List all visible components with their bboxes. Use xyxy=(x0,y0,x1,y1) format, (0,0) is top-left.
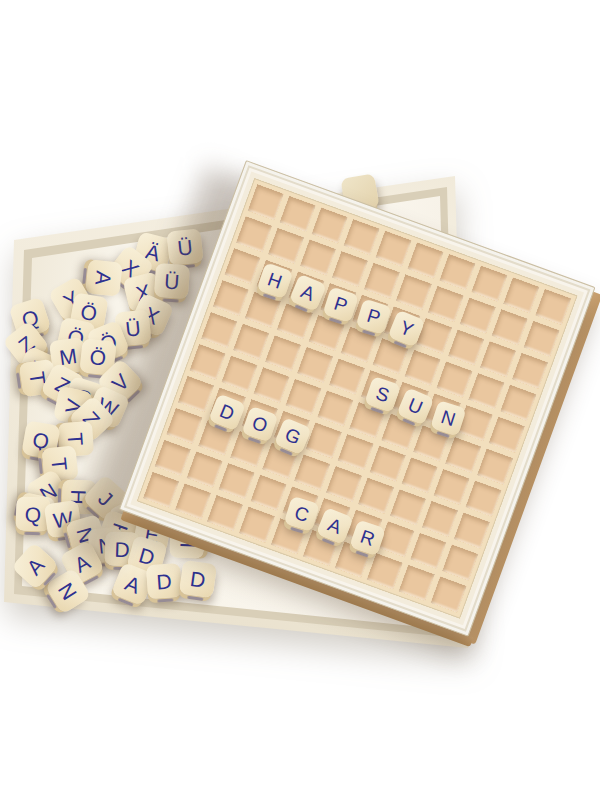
grid-cell[interactable] xyxy=(422,501,458,537)
grid-cell[interactable] xyxy=(378,521,414,557)
grid-cell[interactable] xyxy=(312,208,348,244)
die-letter: O xyxy=(250,413,270,436)
grid-cell[interactable] xyxy=(370,446,406,482)
grid-cell[interactable] xyxy=(524,321,560,357)
grid-cell[interactable] xyxy=(187,452,223,488)
grid-cell[interactable] xyxy=(236,216,272,252)
grid-cell[interactable] xyxy=(445,437,481,473)
grid-cell[interactable] xyxy=(503,277,539,313)
grid-cell[interactable] xyxy=(405,350,441,386)
grid-cell[interactable] xyxy=(399,565,435,601)
grid-cell[interactable] xyxy=(248,184,284,220)
grid-cell[interactable] xyxy=(535,289,571,325)
grid-cell[interactable] xyxy=(225,248,261,284)
grid-cell[interactable] xyxy=(300,240,336,276)
grid-cell[interactable] xyxy=(410,533,446,569)
grid-cell[interactable] xyxy=(471,266,507,302)
grid-cell[interactable] xyxy=(408,242,444,278)
grid-cell[interactable] xyxy=(178,376,214,412)
die-letter: N xyxy=(55,579,81,603)
grid-cell[interactable] xyxy=(143,472,179,508)
grid-cell[interactable] xyxy=(213,280,249,316)
grid-cell[interactable] xyxy=(480,341,516,377)
die-letter: D xyxy=(156,570,173,592)
die-letter: Y xyxy=(397,317,416,339)
die-letter: R xyxy=(358,527,377,549)
die-letter: Q xyxy=(24,503,41,525)
grid-cell[interactable] xyxy=(460,298,496,334)
grid-cell[interactable] xyxy=(239,507,275,543)
die-letter: U xyxy=(405,395,425,418)
grid-cell[interactable] xyxy=(285,379,321,415)
grid-cell[interactable] xyxy=(437,362,473,398)
grid-cell[interactable] xyxy=(454,513,490,549)
grid-cell[interactable] xyxy=(442,545,478,581)
die-letter: A xyxy=(325,515,344,537)
grid-cell[interactable] xyxy=(201,312,237,348)
grid-cell[interactable] xyxy=(326,466,362,502)
grid-cell[interactable] xyxy=(396,274,432,310)
grid-cell[interactable] xyxy=(190,344,226,380)
die-letter: G xyxy=(282,425,303,448)
grid-cell[interactable] xyxy=(175,484,211,520)
grid-cell[interactable] xyxy=(367,553,403,589)
die-letter: T xyxy=(49,457,71,472)
grid-cell[interactable] xyxy=(219,463,255,499)
grid-cell[interactable] xyxy=(390,489,426,525)
die-letter: A xyxy=(23,554,48,578)
die-letter: C xyxy=(292,503,311,525)
grid-cell[interactable] xyxy=(317,391,353,427)
die-letter: T xyxy=(65,432,87,446)
grid-cell[interactable] xyxy=(468,373,504,409)
grid-cell[interactable] xyxy=(344,219,380,255)
grid-cell[interactable] xyxy=(155,440,191,476)
grid-cell[interactable] xyxy=(265,335,301,371)
grid-cell[interactable] xyxy=(489,417,525,453)
die-letter: A xyxy=(93,270,115,286)
die-letter: H xyxy=(265,269,284,291)
grid-cell[interactable] xyxy=(338,434,374,470)
die-letter: Ö xyxy=(89,346,107,369)
tray-letter-die[interactable]: D xyxy=(146,563,182,599)
grid-cell[interactable] xyxy=(364,263,400,299)
grid-cell[interactable] xyxy=(297,347,333,383)
grid-cell[interactable] xyxy=(280,196,316,232)
die-letter: S xyxy=(373,383,391,405)
grid-cell[interactable] xyxy=(402,457,438,493)
grid-cell[interactable] xyxy=(332,251,368,287)
die-letter: A xyxy=(298,281,317,303)
grid-cell[interactable] xyxy=(358,478,394,514)
die-letter: Ü xyxy=(124,317,141,339)
grid-cell[interactable] xyxy=(306,423,342,459)
grid-cell[interactable] xyxy=(254,367,290,403)
grid-cell[interactable] xyxy=(166,408,202,444)
die-letter: D xyxy=(217,401,237,424)
photo-scene: ÄÜXAXÜYÖXÜQÖÖZZMÖTZVSVWZTQTNMHJQWKHENNDA… xyxy=(0,0,600,800)
grid-cell[interactable] xyxy=(492,309,528,345)
grid-cell[interactable] xyxy=(222,356,258,392)
die-letter: A xyxy=(123,572,144,597)
tray-letter-die[interactable]: D xyxy=(179,560,217,598)
grid-cell[interactable] xyxy=(329,359,365,395)
die-letter: D xyxy=(189,568,207,591)
grid-cell[interactable] xyxy=(466,481,502,517)
die-letter: P xyxy=(332,294,350,316)
grid-cell[interactable] xyxy=(376,231,412,267)
grid-cell[interactable] xyxy=(207,495,243,531)
grid-cell[interactable] xyxy=(434,469,470,505)
grid-cell[interactable] xyxy=(477,449,513,485)
die-letter: N xyxy=(439,407,458,429)
grid-cell[interactable] xyxy=(512,353,548,389)
grid-cell[interactable] xyxy=(448,330,484,366)
grid-cell[interactable] xyxy=(268,228,304,264)
grid-cell[interactable] xyxy=(500,385,536,421)
die-letter: P xyxy=(365,306,383,328)
grid-cell[interactable] xyxy=(294,455,330,491)
grid-cell[interactable] xyxy=(428,286,464,322)
tray-letter-die[interactable]: A xyxy=(85,259,122,296)
grid-cell[interactable] xyxy=(439,254,475,290)
grid-cell[interactable] xyxy=(233,324,269,360)
grid-cell[interactable] xyxy=(251,475,287,511)
grid-cell[interactable] xyxy=(431,577,467,613)
